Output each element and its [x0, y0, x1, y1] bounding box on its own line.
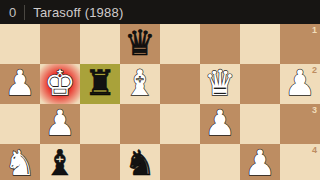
white-king-piece[interactable]: ♚: [40, 64, 80, 104]
square-d3[interactable]: [160, 104, 200, 144]
square-h3[interactable]: [0, 104, 40, 144]
white-bishop-piece[interactable]: ♝: [120, 64, 160, 104]
square-g3[interactable]: ♟: [40, 104, 80, 144]
square-h4[interactable]: ♞: [0, 144, 40, 180]
square-b2[interactable]: [240, 64, 280, 104]
square-e3[interactable]: [120, 104, 160, 144]
black-queen-piece[interactable]: ♛: [120, 24, 160, 64]
black-bishop-piece[interactable]: ♝: [40, 144, 80, 180]
square-d4[interactable]: [160, 144, 200, 180]
square-b1[interactable]: [240, 24, 280, 64]
square-h2[interactable]: ♟: [0, 64, 40, 104]
square-c3[interactable]: ♟: [200, 104, 240, 144]
square-g2[interactable]: ♚: [40, 64, 80, 104]
square-g1[interactable]: [40, 24, 80, 64]
square-h1[interactable]: [0, 24, 40, 64]
square-f2[interactable]: ♜: [80, 64, 120, 104]
title-bar: 0 Tarasoff (1988): [0, 0, 320, 24]
white-queen-piece[interactable]: ♛: [200, 64, 240, 104]
square-c4[interactable]: [200, 144, 240, 180]
black-rook-piece[interactable]: ♜: [80, 64, 120, 104]
white-pawn-piece[interactable]: ♟: [40, 104, 80, 144]
white-knight-piece[interactable]: ♞: [0, 144, 40, 180]
white-pawn-piece[interactable]: ♟: [200, 104, 240, 144]
square-f3[interactable]: [80, 104, 120, 144]
white-pawn-piece[interactable]: ♟: [280, 64, 320, 104]
black-knight-piece[interactable]: ♞: [120, 144, 160, 180]
square-f1[interactable]: [80, 24, 120, 64]
rank-label-3: 3: [312, 105, 317, 115]
app-window: 0 Tarasoff (1988) ♛1♟♚♜♝♛2♟♟♟3♞♝♞♟4: [0, 0, 320, 180]
square-a3[interactable]: 3: [280, 104, 320, 144]
move-counter: 0: [0, 5, 24, 20]
square-c1[interactable]: [200, 24, 240, 64]
white-pawn-piece[interactable]: ♟: [0, 64, 40, 104]
rank-label-1: 1: [312, 25, 317, 35]
square-e2[interactable]: ♝: [120, 64, 160, 104]
white-pawn-piece[interactable]: ♟: [240, 144, 280, 180]
chess-board: ♛1♟♚♜♝♛2♟♟♟3♞♝♞♟4: [0, 24, 320, 180]
rank-label-4: 4: [312, 145, 317, 155]
square-e4[interactable]: ♞: [120, 144, 160, 180]
square-d1[interactable]: [160, 24, 200, 64]
square-b3[interactable]: [240, 104, 280, 144]
square-a2[interactable]: 2♟: [280, 64, 320, 104]
square-a4[interactable]: 4: [280, 144, 320, 180]
square-c2[interactable]: ♛: [200, 64, 240, 104]
puzzle-title: Tarasoff (1988): [25, 5, 123, 20]
square-d2[interactable]: [160, 64, 200, 104]
square-a1[interactable]: 1: [280, 24, 320, 64]
square-f4[interactable]: [80, 144, 120, 180]
square-b4[interactable]: ♟: [240, 144, 280, 180]
square-g4[interactable]: ♝: [40, 144, 80, 180]
board-viewport: ♛1♟♚♜♝♛2♟♟♟3♞♝♞♟4: [0, 24, 320, 180]
square-e1[interactable]: ♛: [120, 24, 160, 64]
